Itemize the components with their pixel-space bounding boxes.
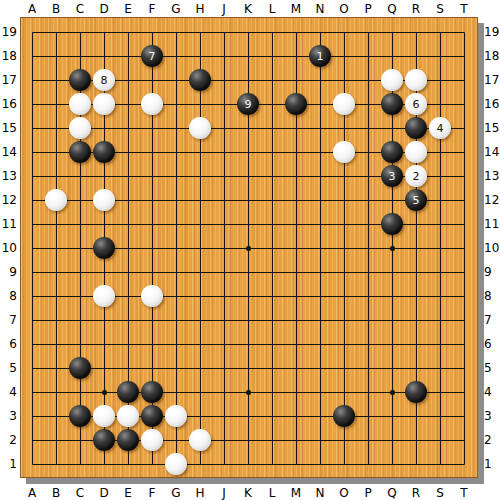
row-label-left-17: 17 — [0, 73, 17, 87]
row-label-right-15: 15 — [484, 121, 500, 135]
row-label-right-16: 16 — [484, 97, 500, 111]
stone-black-D14[interactable] — [93, 141, 115, 163]
col-label-bottom-G: G — [164, 486, 188, 500]
col-label-bottom-F: F — [140, 486, 164, 500]
stone-white-H15[interactable] — [189, 117, 211, 139]
col-label-top-H: H — [188, 2, 212, 16]
col-label-bottom-B: B — [44, 486, 68, 500]
col-label-top-S: S — [428, 2, 452, 16]
stone-black-E4[interactable] — [117, 381, 139, 403]
stone-white-R14[interactable] — [405, 141, 427, 163]
goban[interactable]: 123456789 — [20, 17, 478, 478]
row-label-left-13: 13 — [0, 169, 17, 183]
stone-black-R15[interactable] — [405, 117, 427, 139]
row-label-right-19: 19 — [484, 25, 500, 39]
row-label-left-3: 3 — [0, 409, 17, 423]
stone-white-C16[interactable] — [69, 93, 91, 115]
row-label-right-13: 13 — [484, 169, 500, 183]
go-board-app: 123456789 ABCDEFGHJKLMNOPQRST ABCDEFGHJK… — [0, 0, 500, 500]
stone-black-E2[interactable] — [117, 429, 139, 451]
row-label-right-18: 18 — [484, 49, 500, 63]
stone-white-O14[interactable] — [333, 141, 355, 163]
stone-white-D16[interactable] — [93, 93, 115, 115]
stone-black-Q14[interactable] — [381, 141, 403, 163]
row-label-right-14: 14 — [484, 145, 500, 159]
col-label-bottom-M: M — [284, 486, 308, 500]
col-label-bottom-T: T — [452, 486, 476, 500]
row-label-left-12: 12 — [0, 193, 17, 207]
row-label-left-14: 14 — [0, 145, 17, 159]
stone-white-G1[interactable] — [165, 453, 187, 475]
stone-white-D8[interactable] — [93, 285, 115, 307]
col-label-top-G: G — [164, 2, 188, 16]
row-label-right-12: 12 — [484, 193, 500, 207]
col-label-top-B: B — [44, 2, 68, 16]
row-label-left-11: 11 — [0, 217, 17, 231]
row-label-left-7: 7 — [0, 313, 17, 327]
row-label-right-2: 2 — [484, 433, 500, 447]
stone-black-C3[interactable] — [69, 405, 91, 427]
stone-black-F4[interactable] — [141, 381, 163, 403]
move-2-stone-white-R13[interactable]: 2 — [405, 165, 427, 187]
row-label-right-5: 5 — [484, 361, 500, 375]
stone-black-F3[interactable] — [141, 405, 163, 427]
row-label-left-6: 6 — [0, 337, 17, 351]
stone-white-F16[interactable] — [141, 93, 163, 115]
col-label-top-D: D — [92, 2, 116, 16]
col-label-top-K: K — [236, 2, 260, 16]
col-label-top-O: O — [332, 2, 356, 16]
col-label-bottom-J: J — [212, 486, 236, 500]
col-label-bottom-L: L — [260, 486, 284, 500]
stone-white-F2[interactable] — [141, 429, 163, 451]
row-label-right-10: 10 — [484, 241, 500, 255]
col-label-bottom-S: S — [428, 486, 452, 500]
col-label-top-C: C — [68, 2, 92, 16]
row-label-right-8: 8 — [484, 289, 500, 303]
row-label-left-1: 1 — [0, 457, 17, 471]
stone-black-C14[interactable] — [69, 141, 91, 163]
row-label-right-7: 7 — [484, 313, 500, 327]
col-label-top-M: M — [284, 2, 308, 16]
stone-black-C17[interactable] — [69, 69, 91, 91]
row-label-right-17: 17 — [484, 73, 500, 87]
col-label-top-P: P — [356, 2, 380, 16]
col-label-bottom-A: A — [20, 486, 44, 500]
col-label-top-T: T — [452, 2, 476, 16]
stone-black-Q11[interactable] — [381, 213, 403, 235]
col-label-bottom-H: H — [188, 486, 212, 500]
col-label-top-N: N — [308, 2, 332, 16]
stone-black-H17[interactable] — [189, 69, 211, 91]
stone-white-C15[interactable] — [69, 117, 91, 139]
stone-white-F8[interactable] — [141, 285, 163, 307]
stone-white-R17[interactable] — [405, 69, 427, 91]
stone-black-D10[interactable] — [93, 237, 115, 259]
col-label-bottom-C: C — [68, 486, 92, 500]
stone-black-Q16[interactable] — [381, 93, 403, 115]
col-label-bottom-P: P — [356, 486, 380, 500]
row-label-right-11: 11 — [484, 217, 500, 231]
row-label-right-9: 9 — [484, 265, 500, 279]
col-label-bottom-O: O — [332, 486, 356, 500]
stone-black-C5[interactable] — [69, 357, 91, 379]
move-1-stone-black-N18[interactable]: 1 — [309, 45, 331, 67]
col-label-bottom-D: D — [92, 486, 116, 500]
stone-white-E3[interactable] — [117, 405, 139, 427]
col-label-bottom-K: K — [236, 486, 260, 500]
stone-black-D2[interactable] — [93, 429, 115, 451]
row-label-left-10: 10 — [0, 241, 17, 255]
stone-white-O16[interactable] — [333, 93, 355, 115]
col-label-top-L: L — [260, 2, 284, 16]
stone-white-D3[interactable] — [93, 405, 115, 427]
stone-black-O3[interactable] — [333, 405, 355, 427]
row-label-left-9: 9 — [0, 265, 17, 279]
col-label-top-J: J — [212, 2, 236, 16]
row-label-right-4: 4 — [484, 385, 500, 399]
stone-white-H2[interactable] — [189, 429, 211, 451]
row-label-left-4: 4 — [0, 385, 17, 399]
move-5-stone-black-R12[interactable]: 5 — [405, 189, 427, 211]
move-6-stone-white-R16[interactable]: 6 — [405, 93, 427, 115]
stone-black-R4[interactable] — [405, 381, 427, 403]
move-4-stone-white-S15[interactable]: 4 — [429, 117, 451, 139]
col-label-top-Q: Q — [380, 2, 404, 16]
col-label-top-F: F — [140, 2, 164, 16]
col-label-bottom-Q: Q — [380, 486, 404, 500]
stone-white-D12[interactable] — [93, 189, 115, 211]
row-label-left-15: 15 — [0, 121, 17, 135]
move-3-stone-black-Q13[interactable]: 3 — [381, 165, 403, 187]
stone-white-Q17[interactable] — [381, 69, 403, 91]
col-label-bottom-N: N — [308, 486, 332, 500]
row-label-left-2: 2 — [0, 433, 17, 447]
stone-white-B12[interactable] — [45, 189, 67, 211]
row-label-right-6: 6 — [484, 337, 500, 351]
col-label-bottom-R: R — [404, 486, 428, 500]
stone-black-M16[interactable] — [285, 93, 307, 115]
move-7-stone-black-F18[interactable]: 7 — [141, 45, 163, 67]
col-label-bottom-E: E — [116, 486, 140, 500]
move-8-stone-white-D17[interactable]: 8 — [93, 69, 115, 91]
stone-white-G3[interactable] — [165, 405, 187, 427]
col-label-top-E: E — [116, 2, 140, 16]
row-label-right-3: 3 — [484, 409, 500, 423]
col-label-top-R: R — [404, 2, 428, 16]
row-label-left-8: 8 — [0, 289, 17, 303]
row-label-left-18: 18 — [0, 49, 17, 63]
stones-layer[interactable]: 123456789 — [20, 20, 476, 476]
move-9-stone-black-K16[interactable]: 9 — [237, 93, 259, 115]
row-label-left-5: 5 — [0, 361, 17, 375]
row-label-left-16: 16 — [0, 97, 17, 111]
col-label-top-A: A — [20, 2, 44, 16]
row-label-left-19: 19 — [0, 25, 17, 39]
row-label-right-1: 1 — [484, 457, 500, 471]
